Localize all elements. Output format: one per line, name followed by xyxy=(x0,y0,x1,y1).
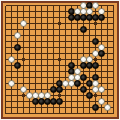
black-stone xyxy=(92,38,99,45)
white-stone xyxy=(20,20,27,27)
black-stone xyxy=(14,62,21,69)
black-stone xyxy=(80,74,87,81)
black-stone xyxy=(56,98,63,105)
black-stone xyxy=(98,14,105,21)
black-stone xyxy=(74,80,81,87)
black-stone xyxy=(92,62,99,69)
white-stone xyxy=(98,86,105,93)
board-frame xyxy=(1,1,119,119)
black-stone xyxy=(86,92,93,99)
white-stone xyxy=(20,86,27,93)
white-stone xyxy=(14,32,21,39)
intersection[interactable] xyxy=(111,111,117,117)
black-stone xyxy=(14,44,21,51)
black-stone xyxy=(92,104,99,111)
black-stone xyxy=(80,86,87,93)
white-stone xyxy=(104,104,111,111)
black-stone xyxy=(56,86,63,93)
black-stone xyxy=(98,50,105,57)
go-board[interactable] xyxy=(3,3,117,117)
white-stone xyxy=(92,2,99,9)
white-stone xyxy=(8,80,15,87)
white-stone xyxy=(8,56,15,63)
go-app xyxy=(0,0,120,120)
white-stone xyxy=(98,98,105,105)
black-stone xyxy=(80,26,87,33)
board-margin xyxy=(0,0,120,120)
